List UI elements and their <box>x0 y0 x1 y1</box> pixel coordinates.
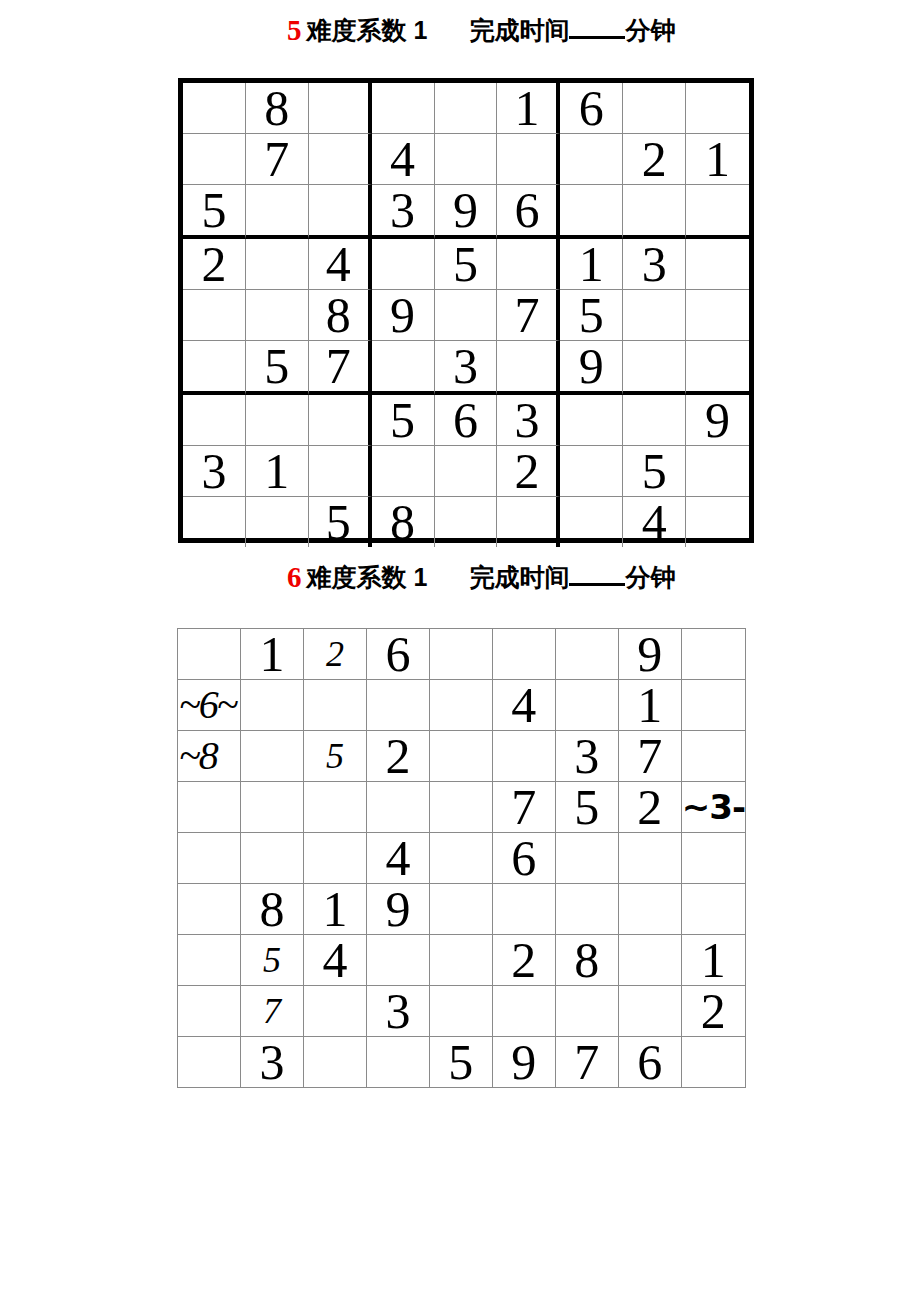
cell-p6-r7c4 <box>367 935 430 986</box>
cell-p6-r7c7: 8 <box>556 935 619 986</box>
cell-p5-r9c3: 5 <box>309 497 372 547</box>
cell-p6-r8c9: 2 <box>682 986 745 1037</box>
cell-p6-r2c1: ~6~ <box>178 680 241 731</box>
cell-p6-r8c3 <box>304 986 367 1037</box>
cell-p6-r8c1 <box>178 986 241 1037</box>
cell-p6-r7c9: 1 <box>682 935 745 986</box>
cell-p5-r3c3 <box>309 185 372 239</box>
cell-p6-r4c5 <box>430 782 493 833</box>
cell-p6-r3c3: 5 <box>304 731 367 782</box>
cell-p5-r6c9 <box>686 341 749 395</box>
cell-p5-r8c3 <box>309 446 372 497</box>
cell-p5-r3c7 <box>560 185 623 239</box>
cell-p5-r7c5: 6 <box>435 395 498 446</box>
cell-p5-r1c4 <box>372 83 435 134</box>
puzzle-5-header: 5难度系数1完成时间分钟 <box>287 14 675 47</box>
puzzle-5-time-unit: 分钟 <box>625 16 675 44</box>
cell-p6-r1c3: 2 <box>304 629 367 680</box>
cell-p6-r8c7 <box>556 986 619 1037</box>
cell-p6-r1c5 <box>430 629 493 680</box>
cell-p5-r8c8: 5 <box>623 446 686 497</box>
puzzle-5-time-label: 完成时间 <box>469 16 569 44</box>
cell-p5-r3c8 <box>623 185 686 239</box>
puzzle-6-difficulty-label: 难度系数 <box>307 563 407 591</box>
cell-p5-r8c5 <box>435 446 498 497</box>
cell-p5-r8c4 <box>372 446 435 497</box>
cell-p6-r9c7: 7 <box>556 1037 619 1087</box>
cell-p5-r1c7: 6 <box>560 83 623 134</box>
puzzle-5-time-blank-line <box>569 36 625 39</box>
cell-p6-r4c7: 5 <box>556 782 619 833</box>
cell-p5-r8c6: 2 <box>497 446 560 497</box>
cell-p6-r3c7: 3 <box>556 731 619 782</box>
puzzle-6-time-unit: 分钟 <box>625 563 675 591</box>
cell-p6-r1c4: 6 <box>367 629 430 680</box>
cell-p5-r4c3: 4 <box>309 239 372 290</box>
cell-p6-r1c6 <box>493 629 556 680</box>
cell-p6-r6c8 <box>619 884 682 935</box>
cell-p5-r6c6 <box>497 341 560 395</box>
cell-p5-r4c5: 5 <box>435 239 498 290</box>
cell-p6-r1c7 <box>556 629 619 680</box>
cell-p6-r7c6: 2 <box>493 935 556 986</box>
cell-p5-r1c8 <box>623 83 686 134</box>
cell-p6-r1c2: 1 <box>241 629 304 680</box>
cell-p6-r8c2: 7 <box>241 986 304 1037</box>
cell-p6-r5c5 <box>430 833 493 884</box>
cell-p5-r3c4: 3 <box>372 185 435 239</box>
cell-p5-r3c9 <box>686 185 749 239</box>
cell-p5-r7c1 <box>183 395 246 446</box>
cell-p6-r5c1 <box>178 833 241 884</box>
cell-p6-r9c5: 5 <box>430 1037 493 1087</box>
cell-p6-r9c3 <box>304 1037 367 1087</box>
cell-p6-r9c4 <box>367 1037 430 1087</box>
cell-p6-r6c1 <box>178 884 241 935</box>
cell-p5-r4c6 <box>497 239 560 290</box>
cell-p5-r9c4: 8 <box>372 497 435 547</box>
cell-p5-r8c1: 3 <box>183 446 246 497</box>
cell-p6-r1c9 <box>682 629 745 680</box>
cell-p5-r7c2 <box>246 395 309 446</box>
cell-p5-r6c3: 7 <box>309 341 372 395</box>
cell-p6-r2c4 <box>367 680 430 731</box>
cell-p5-r5c8 <box>623 290 686 341</box>
cell-p5-r7c8 <box>623 395 686 446</box>
cell-p5-r5c2 <box>246 290 309 341</box>
cell-p6-r6c2: 8 <box>241 884 304 935</box>
sudoku-board-puzzle-6: 1269~6~41~85237752~3-468195428173235976 <box>177 628 746 1088</box>
cell-p5-r2c4: 4 <box>372 134 435 185</box>
cell-p6-r6c6 <box>493 884 556 935</box>
cell-p5-r2c2: 7 <box>246 134 309 185</box>
cell-p5-r7c7 <box>560 395 623 446</box>
cell-p5-r3c5: 9 <box>435 185 498 239</box>
cell-p5-r2c3 <box>309 134 372 185</box>
cell-p6-r2c7 <box>556 680 619 731</box>
cell-p5-r2c8: 2 <box>623 134 686 185</box>
cell-p6-r3c4: 2 <box>367 731 430 782</box>
puzzle-5-number: 5 <box>287 14 302 46</box>
cell-p5-r2c9: 1 <box>686 134 749 185</box>
cell-p5-r1c1 <box>183 83 246 134</box>
cell-p6-r4c9: ~3- <box>682 782 745 833</box>
cell-p5-r9c7 <box>560 497 623 547</box>
cell-p6-r6c5 <box>430 884 493 935</box>
cell-p6-r3c6 <box>493 731 556 782</box>
cell-p6-r4c4 <box>367 782 430 833</box>
cell-p5-r3c2 <box>246 185 309 239</box>
cell-p5-r5c3: 8 <box>309 290 372 341</box>
cell-p5-r9c5 <box>435 497 498 547</box>
cell-p5-r5c1 <box>183 290 246 341</box>
cell-p5-r2c6 <box>497 134 560 185</box>
cell-p6-r7c5 <box>430 935 493 986</box>
cell-p5-r4c4 <box>372 239 435 290</box>
cell-p6-r3c9 <box>682 731 745 782</box>
cell-p6-r2c9 <box>682 680 745 731</box>
cell-p6-r2c3 <box>304 680 367 731</box>
puzzle-5-difficulty-label: 难度系数 <box>307 16 407 44</box>
cell-p5-r1c9 <box>686 83 749 134</box>
cell-p5-r7c4: 5 <box>372 395 435 446</box>
cell-p5-r4c9 <box>686 239 749 290</box>
cell-p5-r6c7: 9 <box>560 341 623 395</box>
cell-p5-r5c5 <box>435 290 498 341</box>
cell-p6-r8c4: 3 <box>367 986 430 1037</box>
sudoku-worksheet-page: 5难度系数1完成时间分钟 816742153962451389755739563… <box>0 0 920 1302</box>
cell-p6-r3c2 <box>241 731 304 782</box>
cell-p6-r3c1: ~8 <box>178 731 241 782</box>
cell-p5-r7c3 <box>309 395 372 446</box>
cell-p6-r2c5 <box>430 680 493 731</box>
cell-p6-r5c9 <box>682 833 745 884</box>
cell-p5-r5c6: 7 <box>497 290 560 341</box>
cell-p6-r2c2 <box>241 680 304 731</box>
cell-p6-r5c2 <box>241 833 304 884</box>
cell-p5-r4c2 <box>246 239 309 290</box>
cell-p6-r2c8: 1 <box>619 680 682 731</box>
puzzle-6-time-label: 完成时间 <box>469 563 569 591</box>
cell-p5-r7c6: 3 <box>497 395 560 446</box>
cell-p6-r9c6: 9 <box>493 1037 556 1087</box>
cell-p5-r1c2: 8 <box>246 83 309 134</box>
cell-p5-r9c6 <box>497 497 560 547</box>
cell-p6-r8c6 <box>493 986 556 1037</box>
cell-p6-r4c1 <box>178 782 241 833</box>
cell-p5-r4c8: 3 <box>623 239 686 290</box>
cell-p6-r9c8: 6 <box>619 1037 682 1087</box>
cell-p6-r5c7 <box>556 833 619 884</box>
cell-p5-r3c6: 6 <box>497 185 560 239</box>
cell-p5-r6c8 <box>623 341 686 395</box>
cell-p5-r3c1: 5 <box>183 185 246 239</box>
puzzle-6-time-blank-line <box>569 583 625 586</box>
cell-p5-r6c4 <box>372 341 435 395</box>
cell-p6-r8c5 <box>430 986 493 1037</box>
puzzle-6-number: 6 <box>287 561 302 593</box>
cell-p5-r9c9 <box>686 497 749 547</box>
cell-p5-r4c1: 2 <box>183 239 246 290</box>
cell-p5-r6c5: 3 <box>435 341 498 395</box>
cell-p5-r2c5 <box>435 134 498 185</box>
cell-p6-r9c1 <box>178 1037 241 1087</box>
puzzle-6-difficulty-value: 1 <box>414 563 428 591</box>
cell-p5-r1c6: 1 <box>497 83 560 134</box>
cell-p6-r9c9 <box>682 1037 745 1087</box>
cell-p6-r7c8 <box>619 935 682 986</box>
cell-p5-r5c4: 9 <box>372 290 435 341</box>
cell-p5-r8c2: 1 <box>246 446 309 497</box>
cell-p5-r9c1 <box>183 497 246 547</box>
cell-p6-r4c8: 2 <box>619 782 682 833</box>
cell-p5-r2c7 <box>560 134 623 185</box>
cell-p6-r4c3 <box>304 782 367 833</box>
cell-p6-r3c5 <box>430 731 493 782</box>
cell-p5-r6c1 <box>183 341 246 395</box>
cell-p6-r5c3 <box>304 833 367 884</box>
sudoku-board-puzzle-5: 81674215396245138975573956393125584 <box>178 78 754 543</box>
cell-p6-r5c6: 6 <box>493 833 556 884</box>
cell-p5-r7c9: 9 <box>686 395 749 446</box>
cell-p5-r5c9 <box>686 290 749 341</box>
cell-p6-r6c3: 1 <box>304 884 367 935</box>
puzzle-5-difficulty-value: 1 <box>414 16 428 44</box>
cell-p5-r9c8: 4 <box>623 497 686 547</box>
cell-p6-r2c6: 4 <box>493 680 556 731</box>
cell-p6-r7c3: 4 <box>304 935 367 986</box>
cell-p6-r4c6: 7 <box>493 782 556 833</box>
cell-p5-r1c3 <box>309 83 372 134</box>
cell-p6-r9c2: 3 <box>241 1037 304 1087</box>
cell-p6-r1c1 <box>178 629 241 680</box>
cell-p6-r6c7 <box>556 884 619 935</box>
cell-p5-r1c5 <box>435 83 498 134</box>
cell-p6-r8c8 <box>619 986 682 1037</box>
cell-p5-r4c7: 1 <box>560 239 623 290</box>
cell-p6-r6c4: 9 <box>367 884 430 935</box>
cell-p6-r5c8 <box>619 833 682 884</box>
cell-p6-r5c4: 4 <box>367 833 430 884</box>
cell-p6-r6c9 <box>682 884 745 935</box>
cell-p6-r7c1 <box>178 935 241 986</box>
cell-p5-r9c2 <box>246 497 309 547</box>
cell-p5-r5c7: 5 <box>560 290 623 341</box>
cell-p5-r8c7 <box>560 446 623 497</box>
cell-p6-r3c8: 7 <box>619 731 682 782</box>
cell-p5-r6c2: 5 <box>246 341 309 395</box>
cell-p6-r1c8: 9 <box>619 629 682 680</box>
cell-p5-r2c1 <box>183 134 246 185</box>
cell-p6-r7c2: 5 <box>241 935 304 986</box>
cell-p5-r8c9 <box>686 446 749 497</box>
cell-p6-r4c2 <box>241 782 304 833</box>
puzzle-6-header: 6难度系数1完成时间分钟 <box>287 561 675 594</box>
